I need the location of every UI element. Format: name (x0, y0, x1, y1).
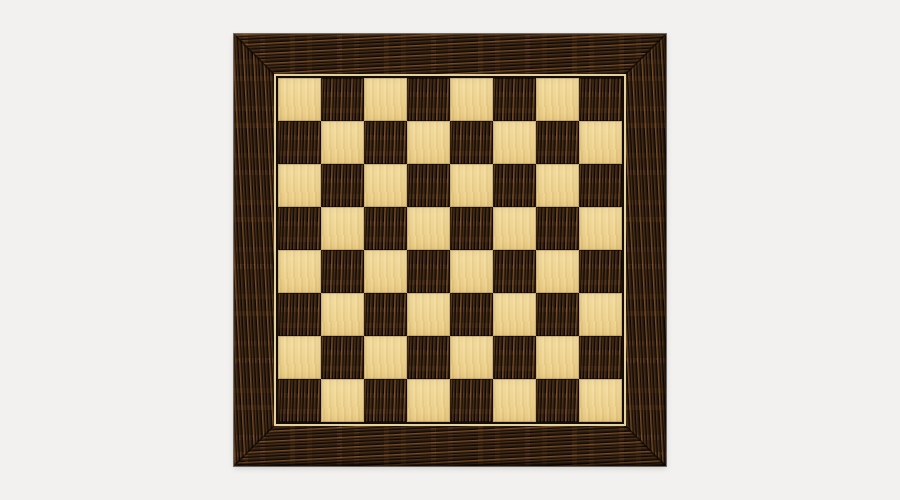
square-b1 (321, 379, 364, 422)
square-e6 (450, 164, 493, 207)
square-b4 (321, 250, 364, 293)
square-a4 (278, 250, 321, 293)
square-g8 (536, 78, 579, 121)
page-background (0, 0, 900, 500)
square-d7 (407, 121, 450, 164)
square-d6 (407, 164, 450, 207)
square-d2 (407, 336, 450, 379)
square-c6 (364, 164, 407, 207)
square-a2 (278, 336, 321, 379)
frame-bottom-rail (234, 422, 666, 466)
frame-right-rail (622, 34, 666, 466)
square-b8 (321, 78, 364, 121)
square-c4 (364, 250, 407, 293)
square-e3 (450, 293, 493, 336)
square-g1 (536, 379, 579, 422)
square-h4 (579, 250, 622, 293)
square-g5 (536, 207, 579, 250)
square-c5 (364, 207, 407, 250)
square-h5 (579, 207, 622, 250)
square-a7 (278, 121, 321, 164)
chessboard (234, 34, 666, 466)
square-f1 (493, 379, 536, 422)
square-f7 (493, 121, 536, 164)
square-d4 (407, 250, 450, 293)
square-c8 (364, 78, 407, 121)
square-f2 (493, 336, 536, 379)
square-a6 (278, 164, 321, 207)
square-f5 (493, 207, 536, 250)
square-b2 (321, 336, 364, 379)
square-g7 (536, 121, 579, 164)
square-b3 (321, 293, 364, 336)
square-h3 (579, 293, 622, 336)
square-h2 (579, 336, 622, 379)
square-e5 (450, 207, 493, 250)
square-f4 (493, 250, 536, 293)
square-d8 (407, 78, 450, 121)
square-a8 (278, 78, 321, 121)
square-h1 (579, 379, 622, 422)
square-a3 (278, 293, 321, 336)
square-f8 (493, 78, 536, 121)
square-e8 (450, 78, 493, 121)
square-h8 (579, 78, 622, 121)
square-d3 (407, 293, 450, 336)
square-e1 (450, 379, 493, 422)
square-c7 (364, 121, 407, 164)
square-a5 (278, 207, 321, 250)
square-g6 (536, 164, 579, 207)
square-e7 (450, 121, 493, 164)
frame-left-rail (234, 34, 278, 466)
square-b7 (321, 121, 364, 164)
square-b5 (321, 207, 364, 250)
inlay-border (274, 74, 626, 426)
square-a1 (278, 379, 321, 422)
square-d1 (407, 379, 450, 422)
square-g2 (536, 336, 579, 379)
square-h6 (579, 164, 622, 207)
square-f3 (493, 293, 536, 336)
square-c3 (364, 293, 407, 336)
square-e4 (450, 250, 493, 293)
board-grid (278, 78, 622, 422)
square-h7 (579, 121, 622, 164)
square-e2 (450, 336, 493, 379)
square-c2 (364, 336, 407, 379)
square-g3 (536, 293, 579, 336)
square-d5 (407, 207, 450, 250)
square-g4 (536, 250, 579, 293)
square-c1 (364, 379, 407, 422)
square-f6 (493, 164, 536, 207)
frame-top-rail (234, 34, 666, 78)
square-b6 (321, 164, 364, 207)
